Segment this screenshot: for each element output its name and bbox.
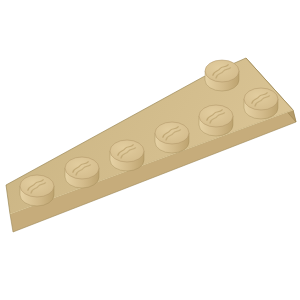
- stud: [244, 88, 278, 119]
- stud: [65, 157, 99, 188]
- stud: [199, 105, 233, 136]
- stud-cap: [244, 88, 278, 110]
- stud-cap: [199, 105, 233, 127]
- product-image: [0, 0, 300, 300]
- stud-cap: [65, 157, 99, 179]
- stud-cap: [155, 122, 189, 144]
- stud: [110, 140, 144, 171]
- stud-cap: [205, 60, 239, 82]
- stud-cap: [20, 175, 54, 197]
- stud: [205, 60, 239, 91]
- stud-cap: [110, 140, 144, 162]
- stud: [155, 122, 189, 153]
- stud: [20, 175, 54, 206]
- lego-wedge-plate: [0, 0, 300, 300]
